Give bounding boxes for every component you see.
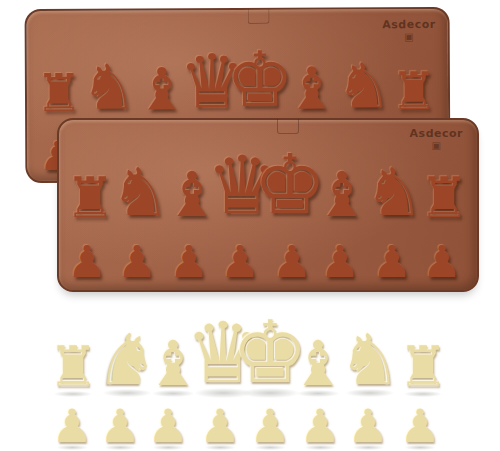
- chocolate-piece-knight: ♞: [339, 325, 402, 395]
- chocolate-piece-bishop: ♝: [290, 333, 346, 395]
- chocolate-pieces-row: ♜♞♝♛♚♝♞♜♟♟♟♟♟♟♟♟: [0, 0, 500, 451]
- chocolate-piece-pawn: ♟: [399, 403, 440, 449]
- chocolate-piece-pawn: ♟: [299, 403, 340, 449]
- product-photo: Asdecor ▣ ♜♞♝♛♚♝♞♜♟♟♟♟♟♟♟♟ Asdecor ▣ ♜♞♝…: [0, 0, 500, 451]
- chocolate-piece-pawn: ♟: [147, 403, 188, 449]
- chocolate-piece-pawn: ♟: [99, 403, 140, 449]
- chocolate-piece-rook: ♜: [398, 339, 448, 395]
- chocolate-piece-rook: ♜: [48, 339, 98, 395]
- chocolate-piece-pawn: ♟: [347, 403, 388, 449]
- chocolate-piece-pawn: ♟: [51, 403, 92, 449]
- chocolate-piece-pawn: ♟: [249, 403, 290, 449]
- chocolate-piece-pawn: ♟: [199, 403, 240, 449]
